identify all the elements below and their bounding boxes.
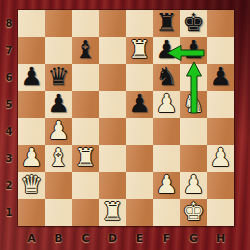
square-f8[interactable]: ♜ [153,10,180,37]
square-h1[interactable] [207,199,234,226]
file-label-b: B [45,228,72,248]
square-d4[interactable] [99,118,126,145]
piece-black-pawn[interactable]: ♟ [155,36,177,63]
square-a2[interactable]: ♛ [18,172,45,199]
square-e8[interactable] [126,10,153,37]
square-f7[interactable]: ♟ [153,37,180,64]
square-f6[interactable]: ♞ [153,64,180,91]
square-c5[interactable] [72,91,99,118]
piece-black-bishop[interactable]: ♝ [74,36,96,63]
file-label-g: G [180,228,207,248]
piece-black-pawn[interactable]: ♟ [182,36,204,63]
square-d1[interactable]: ♜ [99,199,126,226]
piece-white-pawn[interactable]: ♟ [155,171,177,198]
piece-black-pawn[interactable]: ♟ [209,63,231,90]
piece-white-pawn[interactable]: ♟ [182,171,204,198]
square-f5[interactable]: ♟ [153,91,180,118]
square-h5[interactable] [207,91,234,118]
piece-white-rook[interactable]: ♜ [101,198,123,225]
square-d5[interactable] [99,91,126,118]
piece-white-pawn[interactable]: ♟ [47,117,69,144]
piece-black-knight[interactable]: ♞ [155,63,177,90]
square-g7[interactable]: ♟ [180,37,207,64]
square-b2[interactable] [45,172,72,199]
square-f3[interactable] [153,145,180,172]
file-label-c: C [72,228,99,248]
rank-label-7: 7 [0,37,18,64]
piece-white-rook[interactable]: ♜ [74,144,96,171]
piece-white-knight[interactable]: ♞ [182,90,204,117]
square-d7[interactable] [99,37,126,64]
square-a8[interactable] [18,10,45,37]
piece-white-king[interactable]: ♚ [182,198,204,225]
rank-label-1: 1 [0,199,18,226]
piece-white-pawn[interactable]: ♟ [20,144,42,171]
square-b6[interactable]: ♛ [45,64,72,91]
piece-white-pawn[interactable]: ♟ [209,144,231,171]
square-g3[interactable] [180,145,207,172]
square-b7[interactable] [45,37,72,64]
square-c6[interactable] [72,64,99,91]
square-a1[interactable] [18,199,45,226]
file-label-a: A [18,228,45,248]
square-h6[interactable]: ♟ [207,64,234,91]
piece-black-pawn[interactable]: ♟ [47,90,69,117]
square-c1[interactable] [72,199,99,226]
square-a4[interactable] [18,118,45,145]
square-g4[interactable] [180,118,207,145]
square-e2[interactable] [126,172,153,199]
square-g6[interactable] [180,64,207,91]
square-e4[interactable] [126,118,153,145]
rank-label-3: 3 [0,145,18,172]
square-b1[interactable] [45,199,72,226]
square-c4[interactable] [72,118,99,145]
square-g1[interactable]: ♚ [180,199,207,226]
piece-black-queen[interactable]: ♛ [47,63,69,90]
rank-label-5: 5 [0,91,18,118]
piece-black-king[interactable]: ♚ [182,9,204,36]
square-h4[interactable] [207,118,234,145]
square-a7[interactable] [18,37,45,64]
square-c2[interactable] [72,172,99,199]
piece-white-queen[interactable]: ♛ [20,171,42,198]
square-b3[interactable]: ♝ [45,145,72,172]
square-a5[interactable] [18,91,45,118]
square-e1[interactable] [126,199,153,226]
square-c3[interactable]: ♜ [72,145,99,172]
square-h8[interactable] [207,10,234,37]
square-h7[interactable] [207,37,234,64]
piece-black-rook[interactable]: ♜ [155,9,177,36]
square-b4[interactable]: ♟ [45,118,72,145]
piece-black-pawn[interactable]: ♟ [20,63,42,90]
square-c7[interactable]: ♝ [72,37,99,64]
square-f4[interactable] [153,118,180,145]
square-h3[interactable]: ♟ [207,145,234,172]
chess-board: ♜♚♝♜♟♟♟♛♞♟♟♟♟♞♟♟♝♜♟♛♟♟♜♚ [18,10,234,226]
piece-white-bishop[interactable]: ♝ [47,144,69,171]
square-d3[interactable] [99,145,126,172]
piece-black-pawn[interactable]: ♟ [128,90,150,117]
square-g2[interactable]: ♟ [180,172,207,199]
chess-board-widget: ♜♚♝♜♟♟♟♛♞♟♟♟♟♞♟♟♝♜♟♛♟♟♜♚ 87654321 ABCDEF… [0,0,250,250]
square-f2[interactable]: ♟ [153,172,180,199]
rank-label-6: 6 [0,64,18,91]
square-e3[interactable] [126,145,153,172]
square-d6[interactable] [99,64,126,91]
piece-white-pawn[interactable]: ♟ [155,90,177,117]
square-b5[interactable]: ♟ [45,91,72,118]
square-a6[interactable]: ♟ [18,64,45,91]
file-label-h: H [207,228,234,248]
piece-white-rook[interactable]: ♜ [128,36,150,63]
square-g8[interactable]: ♚ [180,10,207,37]
square-e6[interactable] [126,64,153,91]
square-d8[interactable] [99,10,126,37]
file-label-e: E [126,228,153,248]
rank-label-2: 2 [0,172,18,199]
square-e5[interactable]: ♟ [126,91,153,118]
square-d2[interactable] [99,172,126,199]
square-b8[interactable] [45,10,72,37]
file-label-d: D [99,228,126,248]
square-g5[interactable]: ♞ [180,91,207,118]
square-f1[interactable] [153,199,180,226]
square-h2[interactable] [207,172,234,199]
square-c8[interactable] [72,10,99,37]
file-label-f: F [153,228,180,248]
square-e7[interactable]: ♜ [126,37,153,64]
rank-label-8: 8 [0,10,18,37]
rank-label-4: 4 [0,118,18,145]
square-a3[interactable]: ♟ [18,145,45,172]
